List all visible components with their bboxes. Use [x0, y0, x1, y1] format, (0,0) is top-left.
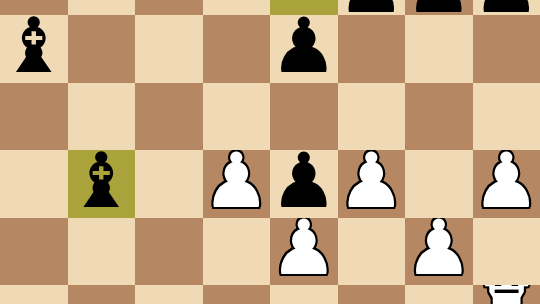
square-g6[interactable] [405, 15, 473, 83]
square-d6[interactable] [203, 15, 271, 83]
square-e2[interactable] [270, 285, 338, 304]
board-crop-viewport: ♟♟♟♝♟♝♟♟♟♟♟♟♜ [0, 0, 540, 304]
square-b3[interactable] [68, 218, 136, 286]
white-pawn[interactable]: ♟ [270, 218, 338, 283]
square-a6[interactable]: ♝ [0, 15, 68, 83]
square-d4[interactable]: ♟ [203, 150, 271, 218]
white-pawn[interactable]: ♟ [203, 150, 271, 215]
square-d7[interactable] [203, 0, 271, 15]
square-e6[interactable]: ♟ [270, 15, 338, 83]
square-e4[interactable]: ♟ [270, 150, 338, 218]
square-f3[interactable] [338, 218, 406, 286]
square-b5[interactable] [68, 83, 136, 151]
black-pawn[interactable]: ♟ [473, 0, 540, 15]
white-pawn[interactable]: ♟ [405, 218, 473, 283]
square-a3[interactable] [0, 218, 68, 286]
square-a5[interactable] [0, 83, 68, 151]
square-f7[interactable]: ♟ [338, 0, 406, 15]
white-rook[interactable]: ♜ [473, 285, 540, 304]
square-a2[interactable] [0, 285, 68, 304]
square-g4[interactable] [405, 150, 473, 218]
square-c3[interactable] [135, 218, 203, 286]
square-e5[interactable] [270, 83, 338, 151]
black-bishop[interactable]: ♝ [68, 150, 136, 215]
square-f2[interactable] [338, 285, 406, 304]
square-f4[interactable]: ♟ [338, 150, 406, 218]
square-f6[interactable] [338, 15, 406, 83]
square-h3[interactable] [473, 218, 540, 286]
square-d2[interactable] [203, 285, 271, 304]
square-c5[interactable] [135, 83, 203, 151]
square-c2[interactable] [135, 285, 203, 304]
square-g7[interactable]: ♟ [405, 0, 473, 15]
square-g5[interactable] [405, 83, 473, 151]
square-a4[interactable] [0, 150, 68, 218]
square-g2[interactable] [405, 285, 473, 304]
square-h4[interactable]: ♟ [473, 150, 540, 218]
square-d5[interactable] [203, 83, 271, 151]
square-c4[interactable] [135, 150, 203, 218]
square-h6[interactable] [473, 15, 540, 83]
black-bishop[interactable]: ♝ [0, 15, 68, 80]
chess-board: ♟♟♟♝♟♝♟♟♟♟♟♟♜ [0, 0, 540, 304]
square-h5[interactable] [473, 83, 540, 151]
square-e3[interactable]: ♟ [270, 218, 338, 286]
black-pawn[interactable]: ♟ [405, 0, 473, 15]
black-pawn[interactable]: ♟ [338, 0, 406, 15]
square-e7[interactable] [270, 0, 338, 15]
white-pawn[interactable]: ♟ [473, 150, 540, 215]
square-d3[interactable] [203, 218, 271, 286]
black-pawn[interactable]: ♟ [270, 15, 338, 80]
square-c7[interactable] [135, 0, 203, 15]
black-pawn[interactable]: ♟ [270, 150, 338, 215]
square-b2[interactable] [68, 285, 136, 304]
square-h7[interactable]: ♟ [473, 0, 540, 15]
square-b7[interactable] [68, 0, 136, 15]
square-a7[interactable] [0, 0, 68, 15]
square-g3[interactable]: ♟ [405, 218, 473, 286]
square-b4[interactable]: ♝ [68, 150, 136, 218]
white-pawn[interactable]: ♟ [338, 150, 406, 215]
square-c6[interactable] [135, 15, 203, 83]
square-h2[interactable]: ♜ [473, 285, 540, 304]
square-f5[interactable] [338, 83, 406, 151]
square-b6[interactable] [68, 15, 136, 83]
